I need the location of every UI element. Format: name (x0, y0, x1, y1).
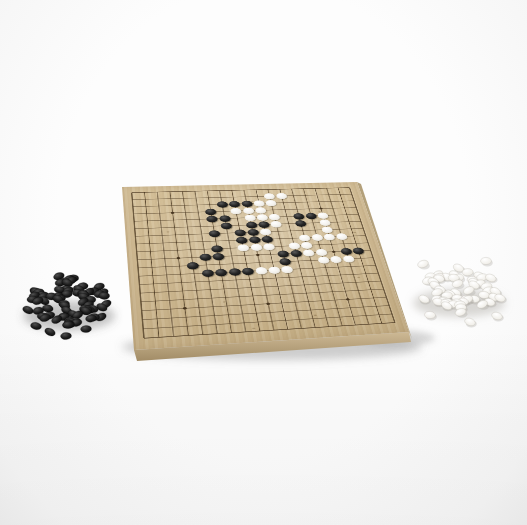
black-pile-stone (30, 321, 42, 330)
black-stone-pile (22, 271, 113, 340)
product-photo-scene (0, 0, 527, 525)
black-pile-stone (60, 332, 71, 340)
white-pile-stone (480, 257, 491, 264)
white-pile-stone (462, 268, 473, 275)
stone-piles (0, 0, 527, 525)
black-pile-stone (22, 305, 35, 316)
black-pile-stone (80, 325, 91, 333)
black-pile-stone (99, 292, 110, 300)
white-pile-stone (424, 311, 436, 319)
white-stone-pile (417, 257, 507, 327)
black-pile-stone (44, 326, 57, 337)
